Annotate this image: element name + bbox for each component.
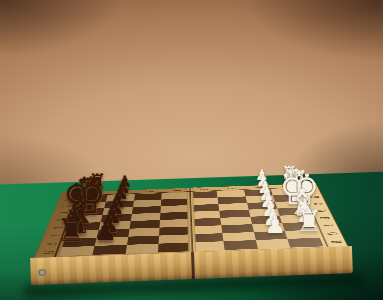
square-h4[interactable] [158, 243, 191, 253]
hinge-icon [182, 188, 188, 189]
hinge-icon [192, 187, 198, 188]
square-h8[interactable] [288, 238, 324, 248]
piece-white-rook-h8[interactable]: ♜ [296, 207, 322, 236]
piece-dark-pawn-h2[interactable]: ♟ [94, 219, 117, 245]
front-seam-notch [191, 252, 195, 279]
square-h3[interactable] [125, 244, 159, 254]
square-h7[interactable] [255, 239, 290, 249]
photo-scene: 1122334455667788AABBCCDDEEFFGGHH ♜♟♟♜♞♟♟… [0, 0, 383, 300]
file-label-right: G [323, 231, 340, 235]
piece-dark-rook-h1[interactable]: ♜ [57, 215, 85, 247]
file-label-right: H [327, 240, 344, 245]
clasp-icon [39, 269, 46, 275]
piece-white-pawn-h7[interactable]: ♟ [264, 214, 285, 238]
square-h6[interactable] [223, 240, 257, 250]
file-label-left: H [39, 250, 56, 255]
